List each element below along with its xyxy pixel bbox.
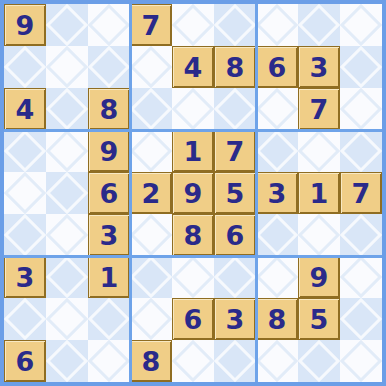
cell-r5c7: 3 [256,172,298,214]
cell-r3c2[interactable] [46,88,88,130]
cell-r6c3: 3 [88,214,130,256]
cell-r3c7[interactable] [256,88,298,130]
cell-r3c1: 4 [4,88,46,130]
cell-r6c9[interactable] [340,214,382,256]
given-digit: 3 [268,180,287,207]
cell-r9c7[interactable] [256,340,298,382]
cell-r4c4[interactable] [130,130,172,172]
cell-r1c4: 7 [130,4,172,46]
cell-r8c6: 3 [214,298,256,340]
given-digit: 1 [100,264,119,291]
cell-r7c6[interactable] [214,256,256,298]
cell-r1c5[interactable] [172,4,214,46]
given-digit: 8 [268,306,287,333]
cell-r7c8: 9 [298,256,340,298]
cell-r9c9[interactable] [340,340,382,382]
cell-r4c9[interactable] [340,130,382,172]
cell-r2c2[interactable] [46,46,88,88]
given-digit: 5 [226,180,245,207]
cell-r6c2[interactable] [46,214,88,256]
cell-r5c6: 5 [214,172,256,214]
given-digit: 9 [310,264,329,291]
given-digit: 9 [100,138,119,165]
given-digit: 6 [16,348,35,375]
cell-r9c5[interactable] [172,340,214,382]
cell-r3c3: 8 [88,88,130,130]
cell-r9c4: 8 [130,340,172,382]
given-digit: 7 [142,12,161,39]
cell-r5c4: 2 [130,172,172,214]
cell-r1c8[interactable] [298,4,340,46]
cell-r8c7: 8 [256,298,298,340]
cell-r9c2[interactable] [46,340,88,382]
given-digit: 5 [310,306,329,333]
cell-r9c1: 6 [4,340,46,382]
given-digit: 2 [142,180,161,207]
cell-r8c3[interactable] [88,298,130,340]
cell-r5c5: 9 [172,172,214,214]
cell-r7c7[interactable] [256,256,298,298]
cell-r7c5[interactable] [172,256,214,298]
given-digit: 3 [100,222,119,249]
cell-r4c8[interactable] [298,130,340,172]
cell-r1c1: 9 [4,4,46,46]
given-digit: 9 [16,12,35,39]
cell-r3c6[interactable] [214,88,256,130]
given-digit: 6 [184,306,203,333]
cell-r4c6: 7 [214,130,256,172]
cell-r8c4[interactable] [130,298,172,340]
cell-r7c4[interactable] [130,256,172,298]
cell-r2c5: 4 [172,46,214,88]
cell-r8c1[interactable] [4,298,46,340]
box-border-horizontal-1 [4,129,382,132]
sudoku-board: 9748634879176295317386319638568 [0,0,386,386]
given-digit: 3 [16,264,35,291]
cell-r9c6[interactable] [214,340,256,382]
cell-r8c5: 6 [172,298,214,340]
box-border-horizontal-2 [4,255,382,258]
cell-r4c3: 9 [88,130,130,172]
given-digit: 8 [226,54,245,81]
cell-r4c1[interactable] [4,130,46,172]
cell-r2c7: 6 [256,46,298,88]
given-digit: 3 [226,306,245,333]
cell-r8c8: 5 [298,298,340,340]
given-digit: 7 [310,96,329,123]
given-digit: 1 [184,138,203,165]
cell-r6c6: 6 [214,214,256,256]
cell-r6c4[interactable] [130,214,172,256]
cell-r6c1[interactable] [4,214,46,256]
given-digit: 7 [352,180,371,207]
cell-r5c2[interactable] [46,172,88,214]
cell-r3c9[interactable] [340,88,382,130]
cell-r1c3[interactable] [88,4,130,46]
given-digit: 8 [184,222,203,249]
cell-r5c1[interactable] [4,172,46,214]
cell-r9c8[interactable] [298,340,340,382]
cell-r3c5[interactable] [172,88,214,130]
cell-r5c8: 1 [298,172,340,214]
cell-r5c9: 7 [340,172,382,214]
given-digit: 6 [268,54,287,81]
cell-r2c8: 3 [298,46,340,88]
cell-r1c9[interactable] [340,4,382,46]
cell-r6c5: 8 [172,214,214,256]
given-digit: 6 [226,222,245,249]
given-digit: 9 [184,180,203,207]
cell-r7c3: 1 [88,256,130,298]
cell-r6c8[interactable] [298,214,340,256]
cell-r2c4[interactable] [130,46,172,88]
given-digit: 4 [16,96,35,123]
cell-r3c4[interactable] [130,88,172,130]
given-digit: 8 [100,96,119,123]
cell-r2c9[interactable] [340,46,382,88]
cell-r7c2[interactable] [46,256,88,298]
cell-r3c8: 7 [298,88,340,130]
cell-r4c5: 1 [172,130,214,172]
cell-r7c1: 3 [4,256,46,298]
cell-r1c7[interactable] [256,4,298,46]
cell-r7c9[interactable] [340,256,382,298]
given-digit: 4 [184,54,203,81]
cell-r8c2[interactable] [46,298,88,340]
cell-r2c6: 8 [214,46,256,88]
cell-r4c7[interactable] [256,130,298,172]
cell-r6c7[interactable] [256,214,298,256]
box-border-vertical-2 [255,4,258,382]
given-digit: 1 [310,180,329,207]
box-border-vertical-1 [129,4,132,382]
cell-r2c3[interactable] [88,46,130,88]
cell-r5c3: 6 [88,172,130,214]
cell-r4c2[interactable] [46,130,88,172]
cell-r1c6[interactable] [214,4,256,46]
cell-r8c9[interactable] [340,298,382,340]
cell-r1c2[interactable] [46,4,88,46]
given-digit: 3 [310,54,329,81]
given-digit: 6 [100,180,119,207]
given-digit: 7 [226,138,245,165]
cell-r2c1[interactable] [4,46,46,88]
given-digit: 8 [142,348,161,375]
sudoku-grid: 9748634879176295317386319638568 [4,4,382,382]
cell-r9c3[interactable] [88,340,130,382]
